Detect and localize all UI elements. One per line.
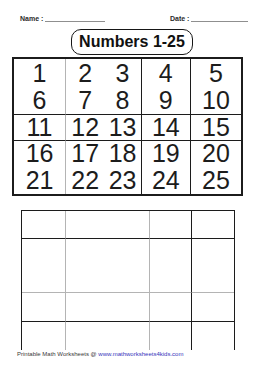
- practice-cell: [108, 293, 150, 322]
- number-cell-5: 5: [191, 59, 241, 87]
- practice-cell: [66, 322, 109, 350]
- name-field: Name :: [20, 14, 105, 22]
- practice-cell: [66, 239, 109, 266]
- number-cell-3: 3: [104, 59, 141, 87]
- practice-cell: [108, 322, 150, 350]
- title-box: Numbers 1-25: [71, 29, 193, 55]
- practice-cell: [22, 322, 66, 350]
- practice-cell: [150, 293, 193, 322]
- practice-cell: [150, 266, 193, 294]
- number-cell-16: 16: [14, 141, 66, 167]
- number-cell-21: 21: [14, 167, 66, 194]
- practice-cell: [22, 211, 66, 239]
- date-blank-line: [191, 14, 248, 22]
- practice-cell: [66, 211, 109, 239]
- practice-cell: [66, 293, 109, 322]
- number-cell-2: 2: [66, 59, 104, 87]
- number-cell-17: 17: [66, 141, 104, 167]
- number-cell-6: 6: [14, 87, 66, 115]
- footer-website-url: www.mathworksheets4kids.com: [98, 351, 183, 357]
- practice-cell: [108, 266, 150, 294]
- number-cell-11: 11: [14, 115, 66, 140]
- practice-cell: [108, 239, 150, 266]
- number-cell-12: 12: [66, 115, 104, 140]
- practice-cell: [22, 293, 66, 322]
- number-cell-8: 8: [104, 87, 141, 115]
- practice-grid: [21, 210, 235, 350]
- number-cell-19: 19: [142, 141, 191, 167]
- date-field: Date :: [170, 14, 248, 22]
- practice-cell: [22, 266, 66, 294]
- practice-cell: [150, 239, 193, 266]
- number-cell-10: 10: [191, 87, 241, 115]
- name-blank-line: [45, 14, 105, 22]
- number-cell-24: 24: [142, 167, 191, 194]
- number-cell-14: 14: [142, 115, 191, 140]
- page-title: Numbers 1-25: [79, 33, 185, 51]
- number-cell-22: 22: [66, 167, 104, 194]
- number-cell-7: 7: [66, 87, 104, 115]
- footer-credit-text: Printable Math Worksheets @: [17, 351, 98, 357]
- practice-cell: [66, 266, 109, 294]
- practice-cell: [192, 211, 234, 239]
- number-cell-1: 1: [14, 59, 66, 87]
- practice-cell: [192, 239, 234, 266]
- number-cell-9: 9: [142, 87, 191, 115]
- number-cell-13: 13: [104, 115, 141, 140]
- practice-cell: [192, 266, 234, 294]
- number-cell-18: 18: [104, 141, 141, 167]
- practice-cell: [192, 293, 234, 322]
- number-cell-25: 25: [191, 167, 241, 194]
- name-label: Name :: [20, 15, 43, 22]
- practice-cell: [150, 322, 193, 350]
- worksheet-page: Name : Date : Numbers 1-25 1 2 3 4 5 6 7…: [0, 0, 259, 366]
- date-label: Date :: [170, 15, 189, 22]
- number-chart-grid: 1 2 3 4 5 6 7 8 9 10 11 12 13 14 15 16 1…: [12, 57, 243, 196]
- practice-cell: [192, 322, 234, 350]
- number-cell-20: 20: [191, 141, 241, 167]
- practice-cell: [108, 211, 150, 239]
- number-cell-4: 4: [142, 59, 191, 87]
- footer: Printable Math Worksheets @ www.mathwork…: [17, 351, 183, 357]
- practice-cell: [22, 239, 66, 266]
- number-cell-15: 15: [191, 115, 241, 140]
- practice-cell: [150, 211, 193, 239]
- number-cell-23: 23: [104, 167, 141, 194]
